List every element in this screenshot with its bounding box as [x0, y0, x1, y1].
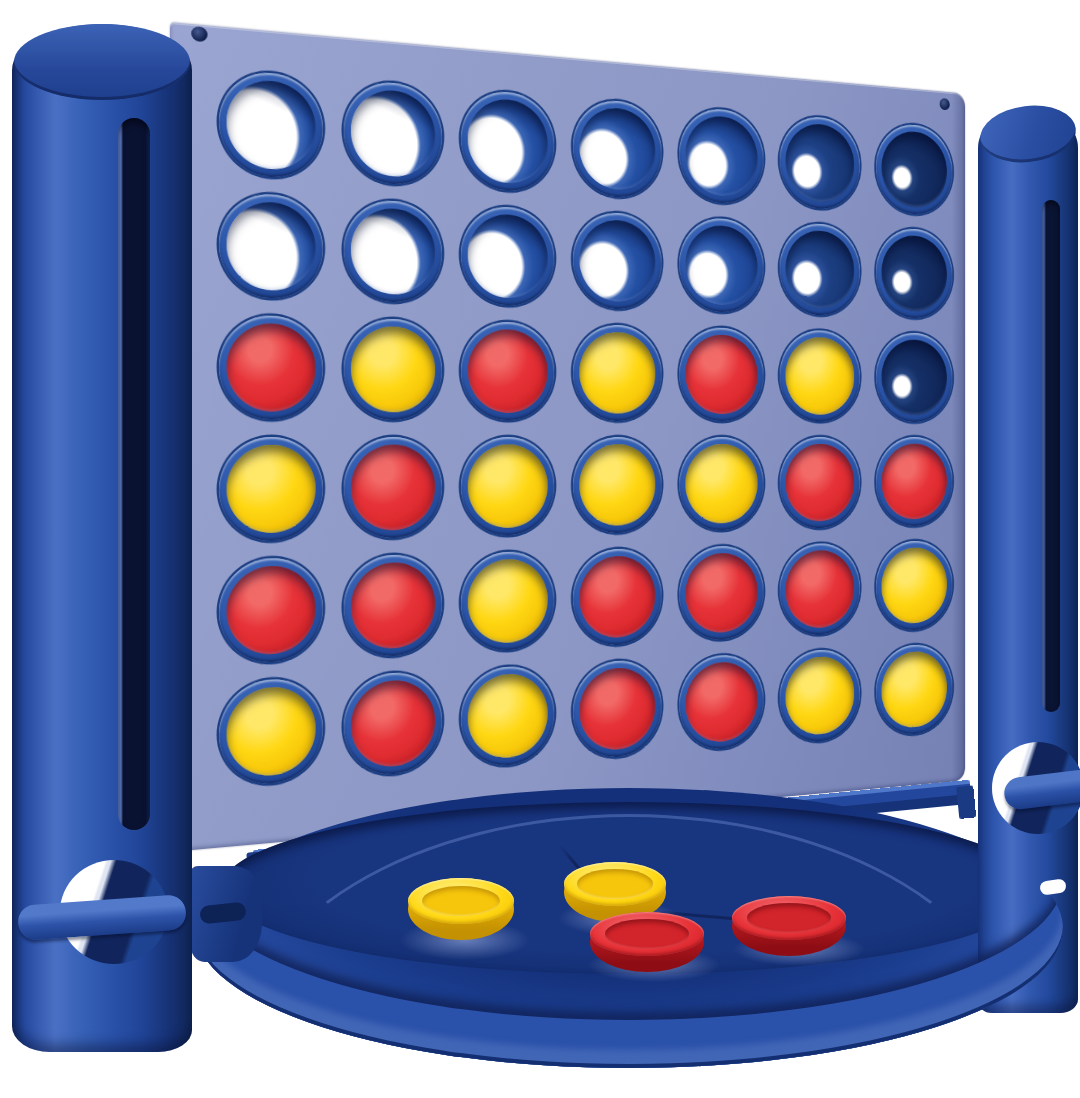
hole-r1-c4 [573, 97, 662, 199]
red-disc [579, 555, 655, 639]
hole-r2-c4 [573, 211, 662, 310]
empty-hole [468, 97, 548, 186]
connect-four-travel-game-photo [0, 0, 1080, 1098]
board-panel [170, 22, 965, 852]
red-disc [685, 552, 757, 634]
hole-r6-c6 [780, 648, 860, 744]
hole-r3-c1 [219, 314, 323, 419]
yellow-disc [468, 444, 548, 528]
yellow-disc [579, 331, 655, 413]
empty-hole [227, 200, 316, 292]
empty-hole [786, 229, 855, 309]
hole-r5-c7 [876, 540, 952, 632]
yellow-disc [881, 650, 947, 730]
hole-r4-c3 [461, 437, 554, 536]
hole-r1-c6 [780, 114, 860, 211]
red-disc [786, 549, 855, 629]
left-pillar-cap [14, 24, 190, 100]
hinge-pin-left [191, 26, 207, 42]
board-grid [208, 59, 959, 797]
hole-r1-c1 [219, 69, 323, 180]
red-disc [881, 444, 947, 520]
empty-hole [351, 206, 435, 295]
hole-r3-c7 [876, 332, 952, 422]
empty-hole [351, 87, 435, 178]
hole-r5-c6 [780, 542, 860, 636]
right-pillar-cap [977, 100, 1079, 167]
empty-hole [881, 129, 947, 209]
yellow-disc [227, 685, 316, 779]
hole-r5-c4 [573, 548, 662, 647]
red-disc [786, 444, 855, 522]
hole-r2-c7 [876, 227, 952, 319]
red-disc [351, 561, 435, 650]
hinge-pin-right [940, 98, 950, 111]
hole-r2-c5 [679, 216, 763, 313]
left-pillar [12, 24, 192, 1052]
yellow-disc [351, 326, 435, 413]
hole-r6-c4 [573, 659, 662, 761]
empty-hole [227, 77, 316, 171]
hole-r6-c1 [219, 677, 323, 787]
red-disc [227, 565, 316, 656]
yellow-disc [227, 445, 316, 534]
yellow-disc [579, 444, 655, 526]
hole-r1-c2 [344, 79, 442, 187]
hole-r2-c3 [461, 205, 554, 307]
yellow-disc [685, 444, 757, 524]
empty-hole [468, 213, 548, 300]
hole-r4-c4 [573, 437, 662, 534]
red-disc [579, 666, 655, 752]
hole-r4-c7 [876, 437, 952, 527]
right-disc-storage-slot [1042, 200, 1060, 712]
yellow-disc [468, 558, 548, 644]
hole-r6-c3 [461, 664, 554, 768]
red-disc [351, 678, 435, 769]
hole-r5-c2 [344, 554, 442, 659]
yellow-disc [468, 672, 548, 761]
hole-r3-c5 [679, 327, 763, 422]
red-disc [468, 328, 548, 413]
hole-r6-c7 [876, 643, 952, 737]
yellow-disc [881, 547, 947, 625]
empty-hole [881, 234, 947, 312]
hole-r3-c4 [573, 324, 662, 421]
hole-r4-c1 [219, 437, 323, 542]
hole-r2-c2 [344, 198, 442, 303]
hole-r2-c6 [780, 222, 860, 316]
yellow-disc [786, 336, 855, 414]
hole-r1-c5 [679, 106, 763, 205]
red-disc [227, 322, 316, 411]
hole-r1-c3 [461, 88, 554, 193]
hole-r1-c7 [876, 122, 952, 216]
empty-hole [579, 218, 655, 302]
empty-hole [579, 105, 655, 192]
red-disc [351, 445, 435, 532]
hinge-knuckle [190, 866, 262, 962]
empty-hole [786, 122, 855, 204]
hole-r6-c5 [679, 653, 763, 752]
empty-hole [881, 339, 947, 415]
hole-r6-c2 [344, 670, 442, 777]
hole-r4-c2 [344, 437, 442, 539]
empty-hole [685, 224, 757, 306]
hole-r2-c1 [219, 192, 323, 300]
empty-hole [685, 114, 757, 198]
hole-r3-c3 [461, 321, 554, 421]
hole-r3-c6 [780, 329, 860, 421]
yellow-disc [786, 655, 855, 737]
hole-r3-c2 [344, 318, 442, 420]
hole-r5-c5 [679, 545, 763, 642]
red-disc [685, 334, 757, 414]
hole-r5-c1 [219, 557, 323, 665]
left-disc-storage-slot [118, 118, 150, 830]
tray-front-rim [195, 788, 1063, 1068]
red-disc [685, 660, 757, 744]
hole-r5-c3 [461, 551, 554, 653]
hole-r4-c6 [780, 437, 860, 529]
hole-r4-c5 [679, 437, 763, 531]
